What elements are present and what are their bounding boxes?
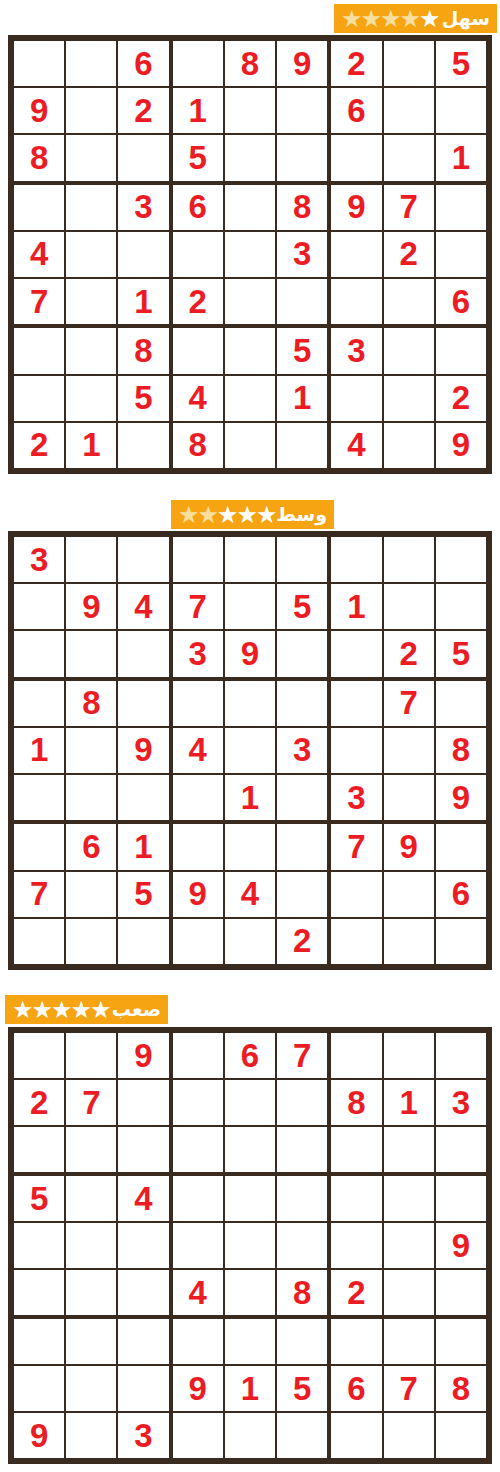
difficulty-label: صعب	[112, 1000, 161, 1019]
cell-r6c1[interactable]	[13, 1269, 65, 1316]
cell-r1c8[interactable]	[383, 40, 435, 87]
cell-r3c7[interactable]	[330, 1126, 382, 1173]
cell-r3c1: 8	[13, 134, 65, 181]
cell-r6c2[interactable]	[65, 1269, 117, 1316]
cell-r4c8: 7	[383, 184, 435, 231]
box-3: 813	[329, 1031, 488, 1174]
cell-r5c2[interactable]	[65, 727, 117, 774]
cell-r8c2[interactable]	[65, 375, 117, 422]
cell-r2c9[interactable]	[435, 87, 487, 134]
cell-r9c4[interactable]	[172, 1412, 224, 1459]
star-filled-icon: ★	[256, 503, 276, 527]
cell-r6c8[interactable]	[383, 774, 435, 821]
cell-r5c3[interactable]	[117, 231, 169, 278]
star-empty-icon: ★	[341, 7, 361, 31]
cell-r4c1: 5	[13, 1175, 65, 1222]
cell-r1c5: 6	[224, 1032, 276, 1079]
box-1: 927	[12, 1031, 171, 1174]
cell-r8c8: 7	[383, 1365, 435, 1412]
cell-r9c6: 2	[276, 918, 328, 965]
cell-r8c3[interactable]	[117, 1365, 169, 1412]
star-filled-icon: ★	[217, 503, 237, 527]
cell-r7c8[interactable]	[383, 327, 435, 374]
cell-r6c2[interactable]	[65, 774, 117, 821]
cell-r4c1[interactable]	[13, 680, 65, 727]
cell-r5c6[interactable]	[276, 1222, 328, 1269]
cell-r8c7[interactable]	[330, 871, 382, 918]
cell-r1c3: 9	[117, 1032, 169, 1079]
cell-r5c1[interactable]	[13, 1222, 65, 1269]
cell-r8c9: 8	[435, 1365, 487, 1412]
cell-r1c5: 8	[224, 40, 276, 87]
cell-r2c8[interactable]	[383, 583, 435, 630]
cell-r7c2: 6	[65, 823, 117, 870]
cell-r1c2[interactable]	[65, 1032, 117, 1079]
cell-r3c8: 2	[383, 630, 435, 677]
cell-r1c6[interactable]	[276, 536, 328, 583]
cell-r7c7: 3	[330, 327, 382, 374]
box-8: 942	[171, 822, 330, 966]
cell-r1c3[interactable]	[117, 536, 169, 583]
cell-r9c9: 9	[435, 422, 487, 469]
cell-r3c3[interactable]	[117, 134, 169, 181]
cell-r5c3[interactable]	[117, 1222, 169, 1269]
cell-r4c4[interactable]	[172, 680, 224, 727]
box-6: 9726	[329, 183, 488, 327]
box-4: 54	[12, 1174, 171, 1317]
cell-r1c7[interactable]	[330, 1032, 382, 1079]
box-8: 915	[171, 1317, 330, 1460]
cell-r8c7: 6	[330, 1365, 382, 1412]
cell-r4c9[interactable]	[435, 680, 487, 727]
cell-r7c3[interactable]	[117, 1318, 169, 1365]
cell-r5c2[interactable]	[65, 231, 117, 278]
cell-r4c7[interactable]	[330, 1175, 382, 1222]
box-2: 8915	[171, 39, 330, 183]
cell-r6c4: 4	[172, 1269, 224, 1316]
cell-r3c3[interactable]	[117, 1126, 169, 1173]
cell-r3c1[interactable]	[13, 630, 65, 677]
box-1: 6928	[12, 39, 171, 183]
cell-r3c7[interactable]	[330, 630, 382, 677]
star-empty-icon: ★	[361, 7, 381, 31]
cell-r9c6[interactable]	[276, 1412, 328, 1459]
star-filled-icon: ★	[90, 998, 110, 1022]
cell-r4c6[interactable]	[276, 1175, 328, 1222]
cell-r5c7[interactable]	[330, 231, 382, 278]
cell-r9c7[interactable]	[330, 1412, 382, 1459]
cell-r8c1[interactable]	[13, 1365, 65, 1412]
cell-r9c1: 9	[13, 1412, 65, 1459]
star-rating: ★★★★★	[341, 7, 439, 31]
cell-r1c7[interactable]	[330, 536, 382, 583]
star-filled-icon: ★	[51, 998, 71, 1022]
cell-r4c5[interactable]	[224, 1175, 276, 1222]
cell-r4c2: 8	[65, 680, 117, 727]
cell-r7c6: 5	[276, 327, 328, 374]
cell-r4c7: 9	[330, 184, 382, 231]
sudoku-sheet: ★★★★★ سهل 692889152561347168329726852154…	[0, 0, 500, 1472]
box-5: 431	[171, 679, 330, 823]
cell-r5c7[interactable]	[330, 727, 382, 774]
cell-r6c5[interactable]	[224, 278, 276, 325]
cell-r8c4: 9	[172, 1365, 224, 1412]
cell-r3c9: 1	[435, 134, 487, 181]
cell-r7c9[interactable]	[435, 823, 487, 870]
cell-r8c6: 1	[276, 375, 328, 422]
difficulty-banner-medium: ★★★★★ وسط	[171, 500, 334, 529]
cell-r3c5[interactable]	[224, 1126, 276, 1173]
star-filled-icon: ★	[419, 7, 439, 31]
cell-r9c5[interactable]	[224, 422, 276, 469]
difficulty-banner-hard: ★★★★★ صعب	[5, 995, 168, 1024]
cell-r2c9[interactable]	[435, 583, 487, 630]
cell-r3c2[interactable]	[65, 630, 117, 677]
cell-r6c6: 8	[276, 1269, 328, 1316]
cell-r8c4: 4	[172, 375, 224, 422]
cell-r6c7[interactable]	[330, 278, 382, 325]
cell-r1c2[interactable]	[65, 536, 117, 583]
cell-r1c8[interactable]	[383, 536, 435, 583]
cell-r7c5[interactable]	[224, 1318, 276, 1365]
cell-r4c2[interactable]	[65, 1175, 117, 1222]
cell-r5c5[interactable]	[224, 1222, 276, 1269]
cell-r1c6: 7	[276, 1032, 328, 1079]
cell-r2c1: 9	[13, 87, 65, 134]
star-empty-icon: ★	[178, 503, 198, 527]
cell-r6c6[interactable]	[276, 774, 328, 821]
cell-r9c5[interactable]	[224, 918, 276, 965]
cell-r6c6[interactable]	[276, 278, 328, 325]
cell-r5c3: 9	[117, 727, 169, 774]
cell-r1c5[interactable]	[224, 536, 276, 583]
cell-r2c8[interactable]	[383, 87, 435, 134]
cell-r3c5[interactable]	[224, 134, 276, 181]
cell-r7c9[interactable]	[435, 327, 487, 374]
cell-r2c6: 5	[276, 583, 328, 630]
sudoku-board-medium: 394753912581943178396175942796	[8, 531, 492, 970]
cell-r7c1[interactable]	[13, 327, 65, 374]
cell-r8c2[interactable]	[65, 871, 117, 918]
box-4: 3471	[12, 183, 171, 327]
star-rating: ★★★★★	[178, 503, 276, 527]
cell-r4c6: 8	[276, 184, 328, 231]
cell-r8c5: 4	[224, 871, 276, 918]
cell-r8c5[interactable]	[224, 375, 276, 422]
cell-r5c1: 1	[13, 727, 65, 774]
cell-r4c3[interactable]	[117, 680, 169, 727]
cell-r9c1: 2	[13, 422, 65, 469]
cell-r9c7: 4	[330, 422, 382, 469]
cell-r7c2[interactable]	[65, 327, 117, 374]
cell-r7c7[interactable]	[330, 1318, 382, 1365]
cell-r2c8: 1	[383, 1079, 435, 1126]
cell-r9c1[interactable]	[13, 918, 65, 965]
cell-r7c9[interactable]	[435, 1318, 487, 1365]
difficulty-banner-easy: ★★★★★ سهل	[334, 4, 497, 33]
cell-r6c9: 6	[435, 278, 487, 325]
box-2: 7539	[171, 535, 330, 679]
cell-r6c4: 2	[172, 278, 224, 325]
cell-r1c7: 2	[330, 40, 382, 87]
cell-r9c8[interactable]	[383, 918, 435, 965]
cell-r6c4[interactable]	[172, 774, 224, 821]
cell-r5c7[interactable]	[330, 1222, 382, 1269]
cell-r5c4: 4	[172, 727, 224, 774]
cell-r7c4[interactable]	[172, 823, 224, 870]
star-filled-icon: ★	[12, 998, 32, 1022]
cell-r5c5[interactable]	[224, 727, 276, 774]
cell-r7c3: 8	[117, 327, 169, 374]
star-filled-icon: ★	[237, 503, 257, 527]
cell-r1c9[interactable]	[435, 1032, 487, 1079]
cell-r5c8[interactable]	[383, 727, 435, 774]
cell-r6c9[interactable]	[435, 1269, 487, 1316]
cell-r5c1: 4	[13, 231, 65, 278]
cell-r2c5[interactable]	[224, 583, 276, 630]
cell-r1c4[interactable]	[172, 1032, 224, 1079]
box-8: 5418	[171, 326, 330, 470]
cell-r8c6: 5	[276, 1365, 328, 1412]
difficulty-label: وسط	[276, 505, 327, 524]
cell-r2c2[interactable]	[65, 87, 117, 134]
cell-r7c4[interactable]	[172, 1318, 224, 1365]
cell-r5c6: 3	[276, 231, 328, 278]
box-5: 48	[171, 1174, 330, 1317]
cell-r9c4: 8	[172, 422, 224, 469]
star-empty-icon: ★	[198, 503, 218, 527]
cell-r6c3[interactable]	[117, 1269, 169, 1316]
cell-r2c2: 7	[65, 1079, 117, 1126]
cell-r9c3[interactable]	[117, 422, 169, 469]
cell-r4c1[interactable]	[13, 184, 65, 231]
cell-r4c3: 3	[117, 184, 169, 231]
cell-r2c3: 4	[117, 583, 169, 630]
star-filled-icon: ★	[32, 998, 52, 1022]
box-6: 7839	[329, 679, 488, 823]
cell-r2c7: 1	[330, 583, 382, 630]
cell-r7c6[interactable]	[276, 1318, 328, 1365]
cell-r2c1: 2	[13, 1079, 65, 1126]
cell-r9c9[interactable]	[435, 918, 487, 965]
cell-r9c2: 1	[65, 422, 117, 469]
cell-r3c1[interactable]	[13, 1126, 65, 1173]
cell-r6c5: 1	[224, 774, 276, 821]
cell-r1c2[interactable]	[65, 40, 117, 87]
cell-r3c8[interactable]	[383, 134, 435, 181]
cell-r4c9[interactable]	[435, 184, 487, 231]
box-7: 6175	[12, 822, 171, 966]
cell-r9c2[interactable]	[65, 1412, 117, 1459]
cell-r3c6[interactable]	[276, 134, 328, 181]
cell-r1c6: 9	[276, 40, 328, 87]
cell-r2c4: 7	[172, 583, 224, 630]
cell-r5c4[interactable]	[172, 231, 224, 278]
cell-r4c5[interactable]	[224, 184, 276, 231]
cell-r2c9: 3	[435, 1079, 487, 1126]
cell-r7c2[interactable]	[65, 1318, 117, 1365]
cell-r6c7: 3	[330, 774, 382, 821]
box-7: 8521	[12, 326, 171, 470]
cell-r8c3: 5	[117, 375, 169, 422]
cell-r2c7: 8	[330, 1079, 382, 1126]
cell-r4c8[interactable]	[383, 1175, 435, 1222]
cell-r7c6[interactable]	[276, 823, 328, 870]
cell-r2c2: 9	[65, 583, 117, 630]
cell-r5c8[interactable]	[383, 1222, 435, 1269]
cell-r7c8[interactable]	[383, 1318, 435, 1365]
box-9: 796	[329, 822, 488, 966]
cell-r5c5[interactable]	[224, 231, 276, 278]
cell-r1c8[interactable]	[383, 1032, 435, 1079]
cell-r6c1[interactable]	[13, 774, 65, 821]
box-1: 394	[12, 535, 171, 679]
cell-r4c3: 4	[117, 1175, 169, 1222]
cell-r3c4: 5	[172, 134, 224, 181]
cell-r2c7: 6	[330, 87, 382, 134]
cell-r7c8: 9	[383, 823, 435, 870]
cell-r3c7[interactable]	[330, 134, 382, 181]
cell-r4c9[interactable]	[435, 1175, 487, 1222]
cell-r3c2[interactable]	[65, 1126, 117, 1173]
cell-r5c9: 8	[435, 727, 487, 774]
sudoku-board-easy: 692889152561347168329726852154183249	[8, 35, 492, 474]
cell-r6c5[interactable]	[224, 1269, 276, 1316]
star-rating: ★★★★★	[12, 998, 110, 1022]
cell-r8c2[interactable]	[65, 1365, 117, 1412]
cell-r9c7[interactable]	[330, 918, 382, 965]
cell-r1c3: 6	[117, 40, 169, 87]
box-5: 6832	[171, 183, 330, 327]
cell-r5c6: 3	[276, 727, 328, 774]
star-empty-icon: ★	[380, 7, 400, 31]
cell-r8c8[interactable]	[383, 871, 435, 918]
cell-r8c1: 7	[13, 871, 65, 918]
cell-r8c9: 6	[435, 871, 487, 918]
sudoku-board-hard: 9276781354489293915678	[8, 1027, 492, 1464]
cell-r3c2[interactable]	[65, 134, 117, 181]
box-3: 2561	[329, 39, 488, 183]
cell-r2c3[interactable]	[117, 1079, 169, 1126]
cell-r5c2[interactable]	[65, 1222, 117, 1269]
cell-r5c8: 2	[383, 231, 435, 278]
cell-r7c1[interactable]	[13, 1318, 65, 1365]
cell-r2c4: 1	[172, 87, 224, 134]
cell-r6c7: 2	[330, 1269, 382, 1316]
cell-r9c6[interactable]	[276, 422, 328, 469]
cell-r1c1[interactable]	[13, 40, 65, 87]
cell-r9c2[interactable]	[65, 918, 117, 965]
cell-r8c4: 9	[172, 871, 224, 918]
cell-r9c5[interactable]	[224, 1412, 276, 1459]
cell-r7c1[interactable]	[13, 823, 65, 870]
cell-r7c5[interactable]	[224, 823, 276, 870]
cell-r2c5[interactable]	[224, 1079, 276, 1126]
cell-r3c6[interactable]	[276, 1126, 328, 1173]
box-9: 678	[329, 1317, 488, 1460]
cell-r3c3[interactable]	[117, 630, 169, 677]
cell-r2c3: 2	[117, 87, 169, 134]
cell-r4c4: 6	[172, 184, 224, 231]
cell-r9c4[interactable]	[172, 918, 224, 965]
cell-r3c9: 5	[435, 630, 487, 677]
box-9: 3249	[329, 326, 488, 470]
cell-r3c4: 3	[172, 630, 224, 677]
cell-r6c8[interactable]	[383, 278, 435, 325]
cell-r9c8[interactable]	[383, 1412, 435, 1459]
box-4: 819	[12, 679, 171, 823]
cell-r2c6[interactable]	[276, 1079, 328, 1126]
cell-r6c2[interactable]	[65, 278, 117, 325]
box-2: 67	[171, 1031, 330, 1174]
cell-r2c1[interactable]	[13, 583, 65, 630]
cell-r8c1[interactable]	[13, 375, 65, 422]
cell-r1c9[interactable]	[435, 536, 487, 583]
cell-r1c4[interactable]	[172, 536, 224, 583]
cell-r4c4[interactable]	[172, 1175, 224, 1222]
cell-r3c9[interactable]	[435, 1126, 487, 1173]
cell-r4c8: 7	[383, 680, 435, 727]
cell-r9c9	[435, 1412, 487, 1459]
cell-r3c4[interactable]	[172, 1126, 224, 1173]
cell-r8c9: 2	[435, 375, 487, 422]
cell-r1c1: 3	[13, 536, 65, 583]
cell-r6c8[interactable]	[383, 1269, 435, 1316]
box-3: 125	[329, 535, 488, 679]
cell-r3c5: 9	[224, 630, 276, 677]
cell-r1c9: 5	[435, 40, 487, 87]
cell-r8c3: 5	[117, 871, 169, 918]
cell-r2c5[interactable]	[224, 87, 276, 134]
cell-r3c8[interactable]	[383, 1126, 435, 1173]
cell-r5c9: 9	[435, 1222, 487, 1269]
star-empty-icon: ★	[400, 7, 420, 31]
cell-r3c6[interactable]	[276, 630, 328, 677]
cell-r2c6[interactable]	[276, 87, 328, 134]
cell-r6c3: 1	[117, 278, 169, 325]
cell-r4c5[interactable]	[224, 680, 276, 727]
cell-r4c7[interactable]	[330, 680, 382, 727]
cell-r9c8[interactable]	[383, 422, 435, 469]
star-filled-icon: ★	[71, 998, 91, 1022]
cell-r8c6[interactable]	[276, 871, 328, 918]
cell-r6c3[interactable]	[117, 774, 169, 821]
cell-r8c7[interactable]	[330, 375, 382, 422]
cell-r5c4[interactable]	[172, 1222, 224, 1269]
cell-r7c4[interactable]	[172, 327, 224, 374]
cell-r6c1: 7	[13, 278, 65, 325]
cell-r7c3: 1	[117, 823, 169, 870]
cell-r7c5[interactable]	[224, 327, 276, 374]
box-7: 93	[12, 1317, 171, 1460]
box-6: 92	[329, 1174, 488, 1317]
difficulty-label: سهل	[442, 9, 490, 28]
cell-r9c3: 3	[117, 1412, 169, 1459]
cell-r2c4[interactable]	[172, 1079, 224, 1126]
cell-r1c4[interactable]	[172, 40, 224, 87]
cell-r9c3[interactable]	[117, 918, 169, 965]
cell-r5c9[interactable]	[435, 231, 487, 278]
cell-r7c7: 7	[330, 823, 382, 870]
cell-r6c9: 9	[435, 774, 487, 821]
cell-r4c2[interactable]	[65, 184, 117, 231]
cell-r1c1[interactable]	[13, 1032, 65, 1079]
cell-r4c6[interactable]	[276, 680, 328, 727]
cell-r8c8[interactable]	[383, 375, 435, 422]
cell-r8c5: 1	[224, 1365, 276, 1412]
